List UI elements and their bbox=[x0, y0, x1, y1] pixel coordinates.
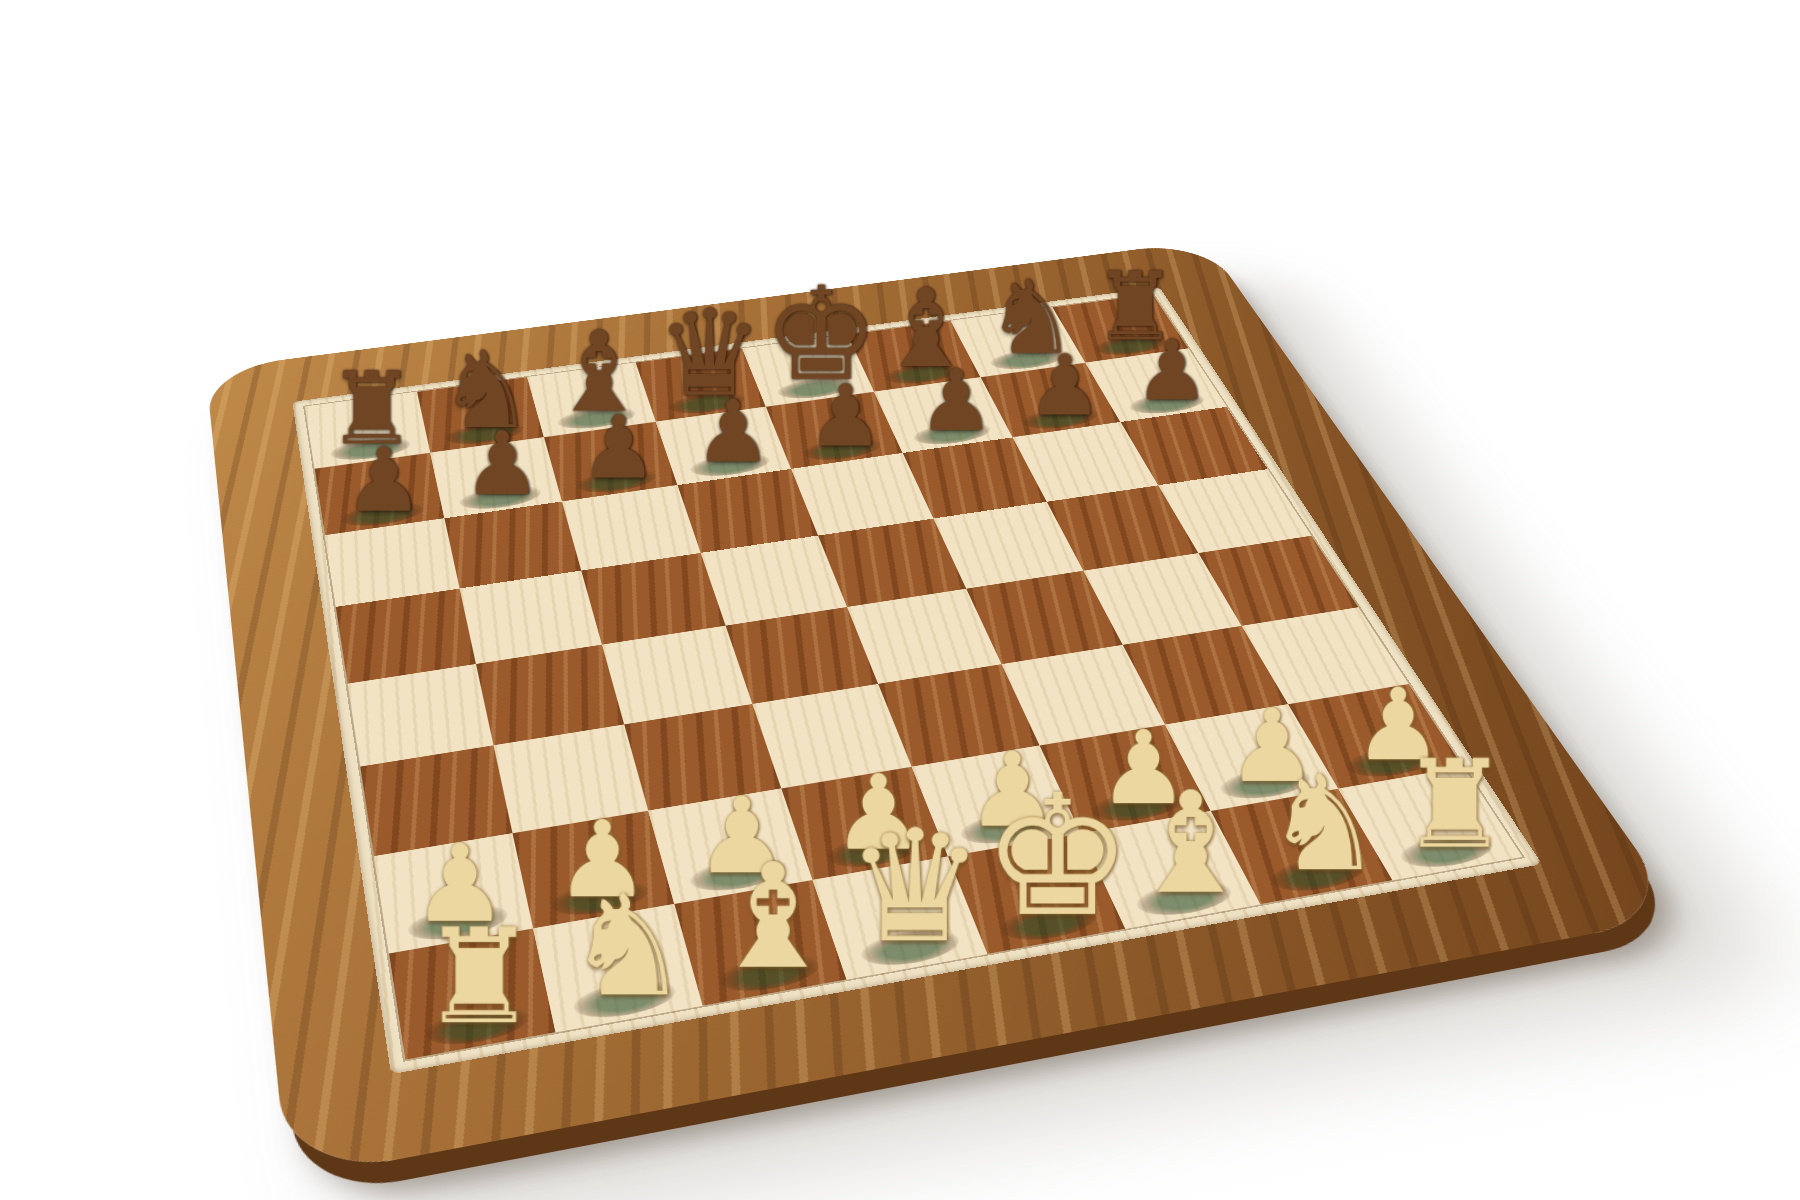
piece-black-pawn-e7[interactable]: ♟ bbox=[788, 376, 903, 457]
square-b5[interactable] bbox=[460, 571, 602, 664]
piece-black-pawn-b7[interactable]: ♟ bbox=[443, 423, 561, 506]
piece-black-pawn-a7[interactable]: ♟ bbox=[324, 439, 443, 523]
piece-black-pawn-c7[interactable]: ♟ bbox=[560, 407, 677, 489]
piece-black-pawn-h7[interactable]: ♟ bbox=[1116, 332, 1228, 411]
maple-border-strip: ♜♞♝♛♚♝♞♜♟♟♟♟♟♟♟♟♟♟♟♟♟♟♟♟♜♞♝♛♚♝♞♜ bbox=[292, 287, 1542, 1074]
piece-white-rook-h1[interactable]: ♜ bbox=[1385, 747, 1525, 863]
piece-black-pawn-d7[interactable]: ♟ bbox=[675, 391, 791, 473]
piece-white-bishop-f1[interactable]: ♝ bbox=[1119, 778, 1262, 911]
square-d6[interactable] bbox=[678, 469, 819, 553]
square-e6[interactable] bbox=[791, 453, 933, 536]
chess-board: ♜♞♝♛♚♝♞♜♟♟♟♟♟♟♟♟♟♟♟♟♟♟♟♟♜♞♝♛♚♝♞♜ bbox=[206, 241, 1684, 1181]
piece-black-pawn-g7[interactable]: ♟ bbox=[1008, 346, 1121, 426]
square-d5[interactable] bbox=[701, 536, 847, 626]
piece-white-knight-b1[interactable]: ♞ bbox=[553, 881, 702, 1013]
piece-white-queen-d1[interactable]: ♛ bbox=[842, 813, 988, 960]
piece-white-king-e1[interactable]: ♚ bbox=[982, 777, 1126, 936]
piece-white-bishop-c1[interactable]: ♝ bbox=[699, 849, 846, 987]
piece-black-pawn-f7[interactable]: ♟ bbox=[899, 361, 1013, 441]
square-b4[interactable] bbox=[476, 645, 624, 746]
photo-scene: ♜♞♝♛♚♝♞♜♟♟♟♟♟♟♟♟♟♟♟♟♟♟♟♟♜♞♝♛♚♝♞♜ bbox=[0, 0, 1800, 1200]
board-grid: ♜♞♝♛♚♝♞♜♟♟♟♟♟♟♟♟♟♟♟♟♟♟♟♟♜♞♝♛♚♝♞♜ bbox=[305, 294, 1522, 1060]
piece-white-knight-g1[interactable]: ♞ bbox=[1253, 761, 1394, 886]
square-a1[interactable]: ♜ bbox=[389, 929, 556, 1060]
square-c7[interactable]: ♟ bbox=[544, 422, 677, 502]
square-b1[interactable]: ♞ bbox=[533, 904, 703, 1032]
piece-white-rook-a1[interactable]: ♜ bbox=[404, 915, 555, 1040]
